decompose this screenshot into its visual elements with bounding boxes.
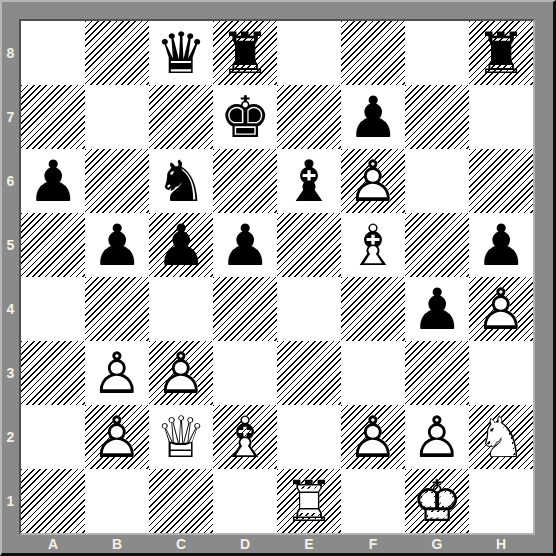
white-pawn-piece-fill: ♟ xyxy=(405,405,469,469)
square-e8[interactable] xyxy=(277,21,341,85)
white-rook-piece-fill: ♜ xyxy=(277,469,341,533)
square-b4[interactable] xyxy=(85,277,149,341)
black-king-piece: ♚ xyxy=(213,85,277,149)
black-pawn-piece: ♟ xyxy=(149,213,213,277)
square-f5[interactable]: ♝♗ xyxy=(341,213,405,277)
chess-board: ♛♜♜♚♟♟♞♝♟♙♟♟♟♝♗♟♟♟♙♟♙♟♙♟♙♛♕♝♗♟♙♟♙♞♘♜♖♚♔ xyxy=(19,19,535,535)
square-a2[interactable] xyxy=(21,405,85,469)
square-g2[interactable]: ♟♙ xyxy=(405,405,469,469)
square-f2[interactable]: ♟♙ xyxy=(341,405,405,469)
white-queen-piece: ♕ xyxy=(149,405,213,469)
file-label-b: B xyxy=(85,535,149,553)
black-pawn-piece: ♟ xyxy=(405,277,469,341)
rank-label-8: 8 xyxy=(2,21,19,85)
square-h2[interactable]: ♞♘ xyxy=(469,405,533,469)
black-bishop-piece: ♝ xyxy=(277,149,341,213)
square-g6[interactable] xyxy=(405,149,469,213)
white-queen-piece-fill: ♛ xyxy=(149,405,213,469)
square-e7[interactable] xyxy=(277,85,341,149)
square-c7[interactable] xyxy=(149,85,213,149)
board-frame: 87654321 ABCDEFGH ♛♜♜♚♟♟♞♝♟♙♟♟♟♝♗♟♟♟♙♟♙♟… xyxy=(0,0,556,556)
square-f8[interactable] xyxy=(341,21,405,85)
square-g5[interactable] xyxy=(405,213,469,277)
rank-label-7: 7 xyxy=(2,85,19,149)
square-d6[interactable] xyxy=(213,149,277,213)
white-king-piece-fill: ♚ xyxy=(405,469,469,533)
black-rook-piece: ♜ xyxy=(469,21,533,85)
white-pawn-piece-fill: ♟ xyxy=(469,277,533,341)
rank-label-4: 4 xyxy=(2,277,19,341)
square-e5[interactable] xyxy=(277,213,341,277)
square-a1[interactable] xyxy=(21,469,85,533)
square-h8[interactable]: ♜ xyxy=(469,21,533,85)
black-queen-piece: ♛ xyxy=(149,21,213,85)
square-b2[interactable]: ♟♙ xyxy=(85,405,149,469)
square-e1[interactable]: ♜♖ xyxy=(277,469,341,533)
white-bishop-piece-fill: ♝ xyxy=(341,213,405,277)
white-pawn-piece: ♙ xyxy=(341,149,405,213)
square-f6[interactable]: ♟♙ xyxy=(341,149,405,213)
square-b5[interactable]: ♟ xyxy=(85,213,149,277)
square-c8[interactable]: ♛ xyxy=(149,21,213,85)
square-a8[interactable] xyxy=(21,21,85,85)
white-pawn-piece-fill: ♟ xyxy=(85,341,149,405)
white-bishop-piece-fill: ♝ xyxy=(213,405,277,469)
black-pawn-piece: ♟ xyxy=(469,213,533,277)
white-bishop-piece: ♗ xyxy=(341,213,405,277)
square-h4[interactable]: ♟♙ xyxy=(469,277,533,341)
square-a5[interactable] xyxy=(21,213,85,277)
square-g3[interactable] xyxy=(405,341,469,405)
file-label-a: A xyxy=(21,535,85,553)
square-d4[interactable] xyxy=(213,277,277,341)
square-d3[interactable] xyxy=(213,341,277,405)
white-pawn-piece: ♙ xyxy=(469,277,533,341)
square-f1[interactable] xyxy=(341,469,405,533)
white-king-piece: ♔ xyxy=(405,469,469,533)
rank-label-2: 2 xyxy=(2,405,19,469)
file-label-h: H xyxy=(469,535,533,553)
file-label-e: E xyxy=(277,535,341,553)
white-pawn-piece: ♙ xyxy=(405,405,469,469)
white-knight-piece: ♘ xyxy=(469,405,533,469)
white-pawn-piece: ♙ xyxy=(149,341,213,405)
square-g1[interactable]: ♚♔ xyxy=(405,469,469,533)
white-rook-piece: ♖ xyxy=(277,469,341,533)
square-a6[interactable]: ♟ xyxy=(21,149,85,213)
square-a3[interactable] xyxy=(21,341,85,405)
square-c6[interactable]: ♞ xyxy=(149,149,213,213)
square-b7[interactable] xyxy=(85,85,149,149)
square-h1[interactable] xyxy=(469,469,533,533)
file-labels: ABCDEFGH xyxy=(21,535,533,553)
square-b3[interactable]: ♟♙ xyxy=(85,341,149,405)
file-label-c: C xyxy=(149,535,213,553)
square-c2[interactable]: ♛♕ xyxy=(149,405,213,469)
white-pawn-piece: ♙ xyxy=(85,405,149,469)
black-pawn-piece: ♟ xyxy=(21,149,85,213)
square-d5[interactable]: ♟ xyxy=(213,213,277,277)
square-d8[interactable]: ♜ xyxy=(213,21,277,85)
rank-labels: 87654321 xyxy=(2,21,19,533)
square-g7[interactable] xyxy=(405,85,469,149)
white-pawn-piece: ♙ xyxy=(341,405,405,469)
square-h5[interactable]: ♟ xyxy=(469,213,533,277)
square-e3[interactable] xyxy=(277,341,341,405)
square-f3[interactable] xyxy=(341,341,405,405)
white-pawn-piece-fill: ♟ xyxy=(341,405,405,469)
square-f4[interactable] xyxy=(341,277,405,341)
black-knight-piece: ♞ xyxy=(149,149,213,213)
white-bishop-piece: ♗ xyxy=(213,405,277,469)
square-a4[interactable] xyxy=(21,277,85,341)
square-a7[interactable] xyxy=(21,85,85,149)
square-h3[interactable] xyxy=(469,341,533,405)
square-c1[interactable] xyxy=(149,469,213,533)
square-c5[interactable]: ♟ xyxy=(149,213,213,277)
square-b6[interactable] xyxy=(85,149,149,213)
square-d7[interactable]: ♚ xyxy=(213,85,277,149)
square-g4[interactable]: ♟ xyxy=(405,277,469,341)
white-pawn-piece-fill: ♟ xyxy=(85,405,149,469)
square-d1[interactable] xyxy=(213,469,277,533)
black-pawn-piece: ♟ xyxy=(213,213,277,277)
rank-label-6: 6 xyxy=(2,149,19,213)
rank-label-3: 3 xyxy=(2,341,19,405)
square-e6[interactable]: ♝ xyxy=(277,149,341,213)
square-g8[interactable] xyxy=(405,21,469,85)
file-label-d: D xyxy=(213,535,277,553)
square-b8[interactable] xyxy=(85,21,149,85)
square-e2[interactable] xyxy=(277,405,341,469)
rank-label-5: 5 xyxy=(2,213,19,277)
file-label-f: F xyxy=(341,535,405,553)
white-pawn-piece-fill: ♟ xyxy=(341,149,405,213)
black-rook-piece: ♜ xyxy=(213,21,277,85)
square-d2[interactable]: ♝♗ xyxy=(213,405,277,469)
square-f7[interactable]: ♟ xyxy=(341,85,405,149)
square-h6[interactable] xyxy=(469,149,533,213)
square-b1[interactable] xyxy=(85,469,149,533)
square-c3[interactable]: ♟♙ xyxy=(149,341,213,405)
white-knight-piece-fill: ♞ xyxy=(469,405,533,469)
black-pawn-piece: ♟ xyxy=(85,213,149,277)
square-c4[interactable] xyxy=(149,277,213,341)
white-pawn-piece-fill: ♟ xyxy=(149,341,213,405)
white-pawn-piece: ♙ xyxy=(85,341,149,405)
rank-label-1: 1 xyxy=(2,469,19,533)
black-pawn-piece: ♟ xyxy=(341,85,405,149)
file-label-g: G xyxy=(405,535,469,553)
square-h7[interactable] xyxy=(469,85,533,149)
square-e4[interactable] xyxy=(277,277,341,341)
